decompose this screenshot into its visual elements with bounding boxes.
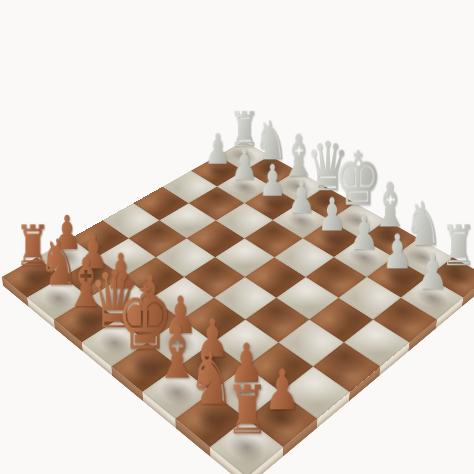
chess-set-product-photo: ♜♞♝♛♚♝♞♜♟♟♟♟♟♟♟♟♟♟♟♟♟♟♟♟♜♞♝♛♚♝♞♜ [0,0,474,474]
piece-copper-rook-h1: ♜ [198,363,295,444]
piece-silver-pawn-h7: ♟ [397,236,468,295]
chess-board: ♜♞♝♛♚♝♞♜♟♟♟♟♟♟♟♟♟♟♟♟♟♟♟♟♜♞♝♛♚♝♞♜ [2,141,474,474]
board-scene: ♜♞♝♛♚♝♞♜♟♟♟♟♟♟♟♟♟♟♟♟♟♟♟♟♜♞♝♛♚♝♞♜ [0,0,474,474]
